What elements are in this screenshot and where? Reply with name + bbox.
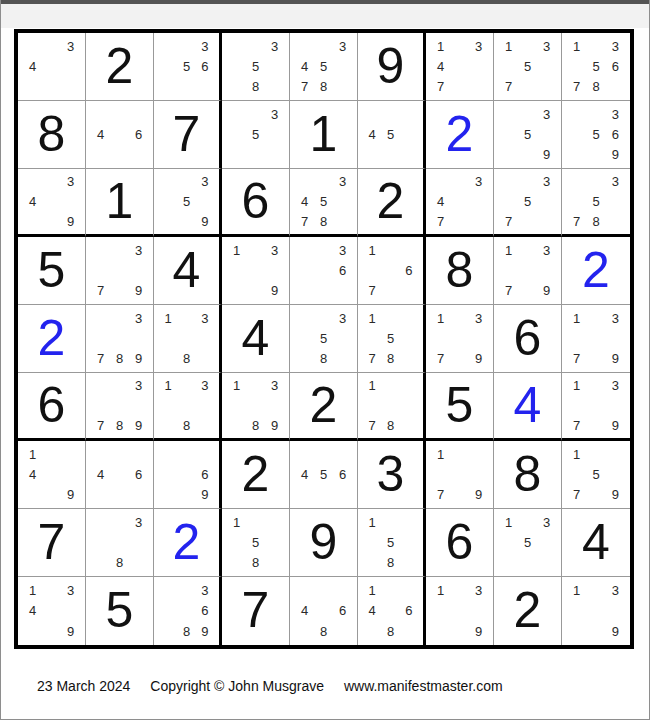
candidate-empty xyxy=(567,328,586,348)
candidate-empty xyxy=(177,376,195,396)
candidate-empty xyxy=(537,77,556,97)
candidate-digit: 9 xyxy=(196,485,214,505)
cell-r4c7[interactable]: 8 xyxy=(426,237,494,305)
candidate-empty xyxy=(177,328,195,348)
candidate-empty xyxy=(586,580,605,601)
cell-r3c1[interactable]: 349 xyxy=(18,169,86,237)
candidate-empty xyxy=(537,260,556,280)
given-digit: 5 xyxy=(106,585,134,635)
candidate-digit: 8 xyxy=(246,415,265,435)
footer: 23 March 2024 Copyright © John Musgrave … xyxy=(37,678,503,694)
candidate-empty xyxy=(537,56,556,76)
candidate-digit: 7 xyxy=(567,349,586,369)
candidate-empty xyxy=(469,211,488,231)
cell-r5c4[interactable]: 4 xyxy=(222,305,290,373)
candidate-empty xyxy=(177,308,195,328)
cell-r6c3[interactable]: 138 xyxy=(154,373,222,441)
candidate-empty xyxy=(518,145,537,165)
candidate-empty xyxy=(567,396,586,416)
cell-r3c9[interactable]: 3578 xyxy=(562,169,630,237)
candidate-empty xyxy=(177,464,195,484)
candidate-digit: 1 xyxy=(431,36,450,56)
cell-r9c9[interactable]: 139 xyxy=(562,577,630,645)
candidate-digit: 1 xyxy=(227,240,246,260)
cell-r1c6[interactable]: 9 xyxy=(358,33,426,101)
candidate-empty xyxy=(129,485,148,505)
candidate-digit: 3 xyxy=(196,376,214,396)
candidate-empty xyxy=(381,601,399,622)
candidate-empty xyxy=(381,396,399,416)
candidate-empty xyxy=(227,56,246,76)
candidate-empty xyxy=(606,77,625,97)
candidate-empty xyxy=(295,485,314,505)
cell-r1c2[interactable]: 2 xyxy=(86,33,154,101)
cell-r1c5[interactable]: 34578 xyxy=(290,33,358,101)
candidate-empty xyxy=(400,376,418,396)
candidates-grid: 1578 xyxy=(358,305,423,372)
candidate-empty xyxy=(363,621,381,642)
candidate-digit: 5 xyxy=(314,464,333,484)
candidate-digit: 4 xyxy=(91,464,110,484)
candidate-digit: 9 xyxy=(61,485,80,505)
candidate-empty xyxy=(567,192,586,212)
candidate-empty xyxy=(606,444,625,464)
candidate-digit: 1 xyxy=(159,308,177,328)
cell-r9c8[interactable]: 2 xyxy=(494,577,562,645)
candidate-empty xyxy=(110,444,129,464)
sudoku-page: 3423563583457891347135713567884673514523… xyxy=(0,0,650,720)
candidates-grid: 167 xyxy=(358,237,423,304)
given-digit: 2 xyxy=(514,585,542,635)
candidate-empty xyxy=(91,532,110,552)
candidate-empty xyxy=(159,485,177,505)
candidate-empty xyxy=(61,192,80,212)
candidate-empty xyxy=(518,211,537,231)
candidate-empty xyxy=(400,145,418,165)
cell-r9c2[interactable]: 5 xyxy=(86,577,154,645)
cell-r5c1[interactable]: 2 xyxy=(18,305,86,373)
candidate-digit: 8 xyxy=(314,621,333,642)
candidate-empty xyxy=(265,56,284,76)
candidate-empty xyxy=(110,240,129,260)
given-digit: 6 xyxy=(514,313,542,363)
cell-r1c7[interactable]: 1347 xyxy=(426,33,494,101)
cell-r7c8[interactable]: 8 xyxy=(494,441,562,509)
candidate-empty xyxy=(23,36,42,56)
candidate-digit: 7 xyxy=(567,485,586,505)
cell-r6c5[interactable]: 2 xyxy=(290,373,358,441)
candidate-empty xyxy=(110,308,129,328)
cell-r5c2[interactable]: 3789 xyxy=(86,305,154,373)
candidate-empty xyxy=(295,308,314,328)
candidate-digit: 7 xyxy=(91,349,110,369)
candidate-digit: 1 xyxy=(567,580,586,601)
cell-r6c7[interactable]: 5 xyxy=(426,373,494,441)
candidate-digit: 6 xyxy=(400,601,418,622)
candidate-digit: 4 xyxy=(295,601,314,622)
candidate-empty xyxy=(381,376,399,396)
candidate-digit: 9 xyxy=(537,281,556,301)
candidate-empty xyxy=(499,56,518,76)
given-digit: 7 xyxy=(173,109,201,159)
candidates-grid: 3789 xyxy=(86,305,153,372)
candidate-empty xyxy=(129,145,148,165)
candidate-digit: 9 xyxy=(606,349,625,369)
cell-r3c6[interactable]: 2 xyxy=(358,169,426,237)
candidate-digit: 9 xyxy=(61,211,80,231)
cell-r2c2[interactable]: 46 xyxy=(86,101,154,169)
candidate-empty xyxy=(91,240,110,260)
candidate-empty xyxy=(110,396,129,416)
candidate-empty xyxy=(227,260,246,280)
candidate-empty xyxy=(431,328,450,348)
candidate-digit: 9 xyxy=(61,621,80,642)
candidate-empty xyxy=(129,396,148,416)
candidate-empty xyxy=(363,553,381,573)
cell-r9c1[interactable]: 1349 xyxy=(18,577,86,645)
candidate-empty xyxy=(159,77,177,97)
cell-r5c9[interactable]: 1379 xyxy=(562,305,630,373)
candidate-empty xyxy=(333,349,352,369)
candidate-empty xyxy=(295,621,314,642)
candidate-digit: 1 xyxy=(567,308,586,328)
candidate-empty xyxy=(295,349,314,369)
candidate-digit: 3 xyxy=(61,172,80,192)
cell-r2c1[interactable]: 8 xyxy=(18,101,86,169)
candidate-digit: 8 xyxy=(586,211,605,231)
candidate-empty xyxy=(246,281,265,301)
candidate-digit: 3 xyxy=(265,376,284,396)
cell-r9c6[interactable]: 1468 xyxy=(358,577,426,645)
candidate-empty xyxy=(518,512,537,532)
cell-r6c1[interactable]: 6 xyxy=(18,373,86,441)
candidate-empty xyxy=(91,485,110,505)
candidate-empty xyxy=(42,192,61,212)
candidate-empty xyxy=(227,415,246,435)
candidate-empty xyxy=(295,328,314,348)
candidate-empty xyxy=(227,36,246,56)
candidate-digit: 3 xyxy=(537,172,556,192)
cell-r4c8[interactable]: 1379 xyxy=(494,237,562,305)
candidate-digit: 5 xyxy=(177,192,195,212)
cell-r3c7[interactable]: 347 xyxy=(426,169,494,237)
cell-r4c6[interactable]: 167 xyxy=(358,237,426,305)
candidate-empty xyxy=(586,349,605,369)
candidate-empty xyxy=(586,601,605,622)
candidate-digit: 8 xyxy=(314,77,333,97)
cell-r5c5[interactable]: 358 xyxy=(290,305,358,373)
candidate-digit: 3 xyxy=(129,240,148,260)
candidate-empty xyxy=(42,172,61,192)
candidate-digit: 1 xyxy=(227,376,246,396)
cell-r1c8[interactable]: 1357 xyxy=(494,33,562,101)
candidate-empty xyxy=(567,172,586,192)
cell-r1c4[interactable]: 358 xyxy=(222,33,290,101)
candidate-empty xyxy=(23,485,42,505)
candidate-empty xyxy=(499,260,518,280)
candidate-empty xyxy=(42,464,61,484)
cell-r1c9[interactable]: 135678 xyxy=(562,33,630,101)
cell-r6c6[interactable]: 178 xyxy=(358,373,426,441)
candidate-empty xyxy=(110,376,129,396)
candidate-digit: 3 xyxy=(537,104,556,124)
candidate-digit: 1 xyxy=(227,512,246,532)
candidate-digit: 3 xyxy=(333,240,352,260)
cell-r8c1[interactable]: 7 xyxy=(18,509,86,577)
candidate-digit: 9 xyxy=(537,145,556,165)
candidate-empty xyxy=(537,192,556,212)
cell-r1c3[interactable]: 356 xyxy=(154,33,222,101)
candidate-digit: 3 xyxy=(196,172,214,192)
footer-website-link[interactable]: www.manifestmaster.com xyxy=(344,678,503,694)
cell-r6c8[interactable]: 4 xyxy=(494,373,562,441)
cell-r8c8[interactable]: 135 xyxy=(494,509,562,577)
candidate-empty xyxy=(450,464,469,484)
cell-r7c1[interactable]: 149 xyxy=(18,441,86,509)
cell-r9c7[interactable]: 139 xyxy=(426,577,494,645)
given-digit: 8 xyxy=(38,109,66,159)
cell-r7c2[interactable]: 46 xyxy=(86,441,154,509)
candidate-empty xyxy=(469,328,488,348)
candidate-empty xyxy=(177,444,195,464)
candidate-empty xyxy=(177,211,195,231)
candidate-empty xyxy=(400,308,418,328)
candidate-empty xyxy=(23,621,42,642)
cell-r6c2[interactable]: 3789 xyxy=(86,373,154,441)
candidate-digit: 6 xyxy=(606,124,625,144)
candidate-digit: 5 xyxy=(381,532,399,552)
candidates-grid: 179 xyxy=(426,441,493,508)
candidate-digit: 8 xyxy=(586,77,605,97)
cell-r7c9[interactable]: 1579 xyxy=(562,441,630,509)
cell-r4c4[interactable]: 139 xyxy=(222,237,290,305)
candidate-digit: 3 xyxy=(469,308,488,328)
candidate-digit: 6 xyxy=(196,56,214,76)
candidate-digit: 3 xyxy=(606,104,625,124)
candidates-grid: 36 xyxy=(290,237,357,304)
candidate-digit: 5 xyxy=(314,328,333,348)
cell-r8c3[interactable]: 2 xyxy=(154,509,222,577)
candidate-digit: 3 xyxy=(606,36,625,56)
candidate-digit: 6 xyxy=(196,464,214,484)
candidate-digit: 4 xyxy=(431,192,450,212)
cell-r2c6[interactable]: 45 xyxy=(358,101,426,169)
candidate-digit: 8 xyxy=(314,211,333,231)
candidate-digit: 9 xyxy=(606,145,625,165)
candidate-empty xyxy=(314,240,333,260)
candidate-empty xyxy=(61,77,80,97)
candidate-empty xyxy=(91,376,110,396)
candidate-empty xyxy=(265,532,284,552)
candidate-empty xyxy=(265,124,284,144)
candidate-empty xyxy=(537,532,556,552)
candidate-empty xyxy=(42,601,61,622)
cell-r4c2[interactable]: 379 xyxy=(86,237,154,305)
candidate-digit: 3 xyxy=(265,104,284,124)
candidates-grid: 468 xyxy=(290,577,357,645)
candidate-empty xyxy=(129,260,148,280)
candidate-digit: 1 xyxy=(567,376,586,396)
cell-r4c3[interactable]: 4 xyxy=(154,237,222,305)
cell-r8c7[interactable]: 6 xyxy=(426,509,494,577)
cell-r2c3[interactable]: 7 xyxy=(154,101,222,169)
cell-r8c2[interactable]: 38 xyxy=(86,509,154,577)
candidate-empty xyxy=(567,124,586,144)
candidate-digit: 9 xyxy=(606,415,625,435)
cell-r5c3[interactable]: 138 xyxy=(154,305,222,373)
candidate-digit: 9 xyxy=(129,415,148,435)
cell-r9c5[interactable]: 468 xyxy=(290,577,358,645)
cell-r4c5[interactable]: 36 xyxy=(290,237,358,305)
candidate-empty xyxy=(177,172,195,192)
cell-r2c8[interactable]: 359 xyxy=(494,101,562,169)
candidate-empty xyxy=(333,580,352,601)
candidate-empty xyxy=(227,145,246,165)
cell-r6c9[interactable]: 1379 xyxy=(562,373,630,441)
cell-r1c1[interactable]: 34 xyxy=(18,33,86,101)
candidate-empty xyxy=(227,532,246,552)
candidate-empty xyxy=(110,328,129,348)
candidate-empty xyxy=(129,553,148,573)
candidate-empty xyxy=(450,36,469,56)
candidate-empty xyxy=(42,485,61,505)
candidate-empty xyxy=(567,464,586,484)
candidate-empty xyxy=(499,124,518,144)
candidate-empty xyxy=(314,485,333,505)
candidate-empty xyxy=(61,444,80,464)
given-digit: 7 xyxy=(242,585,270,635)
candidate-empty xyxy=(363,104,381,124)
candidate-digit: 4 xyxy=(363,124,381,144)
candidate-empty xyxy=(333,485,352,505)
cell-r3c8[interactable]: 357 xyxy=(494,169,562,237)
candidate-digit: 8 xyxy=(246,553,265,573)
entered-digit: 4 xyxy=(514,380,542,430)
candidate-empty xyxy=(227,124,246,144)
cell-r8c4[interactable]: 158 xyxy=(222,509,290,577)
candidate-digit: 3 xyxy=(537,512,556,532)
candidate-digit: 8 xyxy=(381,621,399,642)
candidates-grid: 356 xyxy=(154,33,219,100)
candidate-empty xyxy=(61,56,80,76)
cell-r7c5[interactable]: 456 xyxy=(290,441,358,509)
candidates-grid: 1468 xyxy=(358,577,423,645)
cell-r2c9[interactable]: 3569 xyxy=(562,101,630,169)
cell-r3c2[interactable]: 1 xyxy=(86,169,154,237)
candidate-digit: 7 xyxy=(363,281,381,301)
candidate-empty xyxy=(61,464,80,484)
candidate-digit: 6 xyxy=(196,601,214,622)
cell-r3c4[interactable]: 6 xyxy=(222,169,290,237)
candidate-empty xyxy=(450,172,469,192)
candidate-empty xyxy=(129,444,148,464)
candidate-empty xyxy=(246,104,265,124)
candidate-empty xyxy=(606,464,625,484)
cell-r5c7[interactable]: 1379 xyxy=(426,305,494,373)
candidates-grid: 34 xyxy=(18,33,85,100)
cell-r7c3[interactable]: 69 xyxy=(154,441,222,509)
cell-r7c7[interactable]: 179 xyxy=(426,441,494,509)
candidate-digit: 8 xyxy=(381,553,399,573)
header-band xyxy=(1,4,649,28)
candidate-digit: 1 xyxy=(363,376,381,396)
candidate-empty xyxy=(450,77,469,97)
cell-r4c1[interactable]: 5 xyxy=(18,237,86,305)
candidates-grid: 139 xyxy=(222,237,289,304)
candidate-empty xyxy=(606,192,625,212)
candidate-digit: 8 xyxy=(177,621,195,642)
cell-r9c3[interactable]: 3689 xyxy=(154,577,222,645)
cell-r7c6[interactable]: 3 xyxy=(358,441,426,509)
cell-r3c5[interactable]: 34578 xyxy=(290,169,358,237)
candidate-empty xyxy=(606,211,625,231)
cell-r9c4[interactable]: 7 xyxy=(222,577,290,645)
candidates-grid: 3569 xyxy=(562,101,630,168)
candidate-empty xyxy=(159,192,177,212)
candidate-empty xyxy=(333,621,352,642)
candidate-digit: 1 xyxy=(363,308,381,328)
cell-r5c6[interactable]: 1578 xyxy=(358,305,426,373)
candidate-digit: 4 xyxy=(295,56,314,76)
candidates-grid: 138 xyxy=(154,305,219,372)
cell-r4c9[interactable]: 2 xyxy=(562,237,630,305)
cell-r5c8[interactable]: 6 xyxy=(494,305,562,373)
cell-r2c5[interactable]: 1 xyxy=(290,101,358,169)
candidates-grid: 139 xyxy=(426,577,493,645)
cell-r6c4[interactable]: 1389 xyxy=(222,373,290,441)
cell-r3c3[interactable]: 359 xyxy=(154,169,222,237)
candidate-empty xyxy=(518,281,537,301)
candidate-empty xyxy=(586,104,605,124)
candidate-digit: 3 xyxy=(196,36,214,56)
candidate-digit: 5 xyxy=(246,124,265,144)
candidate-digit: 4 xyxy=(295,464,314,484)
candidates-grid: 34578 xyxy=(290,33,357,100)
cell-r2c4[interactable]: 35 xyxy=(222,101,290,169)
candidate-empty xyxy=(110,485,129,505)
candidate-digit: 1 xyxy=(431,580,450,601)
candidate-digit: 1 xyxy=(499,36,518,56)
cell-r8c6[interactable]: 158 xyxy=(358,509,426,577)
cell-r8c9[interactable]: 4 xyxy=(562,509,630,577)
candidate-empty xyxy=(586,485,605,505)
candidate-digit: 6 xyxy=(333,464,352,484)
candidate-digit: 3 xyxy=(265,240,284,260)
cell-r8c5[interactable]: 9 xyxy=(290,509,358,577)
footer-date: 23 March 2024 xyxy=(37,678,130,694)
candidate-empty xyxy=(333,77,352,97)
candidates-grid: 46 xyxy=(86,101,153,168)
given-digit: 4 xyxy=(173,245,201,295)
cell-r7c4[interactable]: 2 xyxy=(222,441,290,509)
candidate-empty xyxy=(537,211,556,231)
cell-r2c7[interactable]: 2 xyxy=(426,101,494,169)
candidates-grid: 138 xyxy=(154,373,219,438)
candidates-grid: 359 xyxy=(154,169,219,234)
candidates-grid: 1347 xyxy=(426,33,493,100)
candidate-empty xyxy=(295,580,314,601)
candidate-empty xyxy=(537,553,556,573)
candidate-digit: 1 xyxy=(23,444,42,464)
candidate-empty xyxy=(42,36,61,56)
candidate-empty xyxy=(23,77,42,97)
candidate-empty xyxy=(333,211,352,231)
candidate-empty xyxy=(518,260,537,280)
candidate-digit: 7 xyxy=(431,211,450,231)
candidates-grid: 135 xyxy=(494,509,561,576)
candidate-empty xyxy=(177,601,195,622)
candidate-digit: 5 xyxy=(381,124,399,144)
